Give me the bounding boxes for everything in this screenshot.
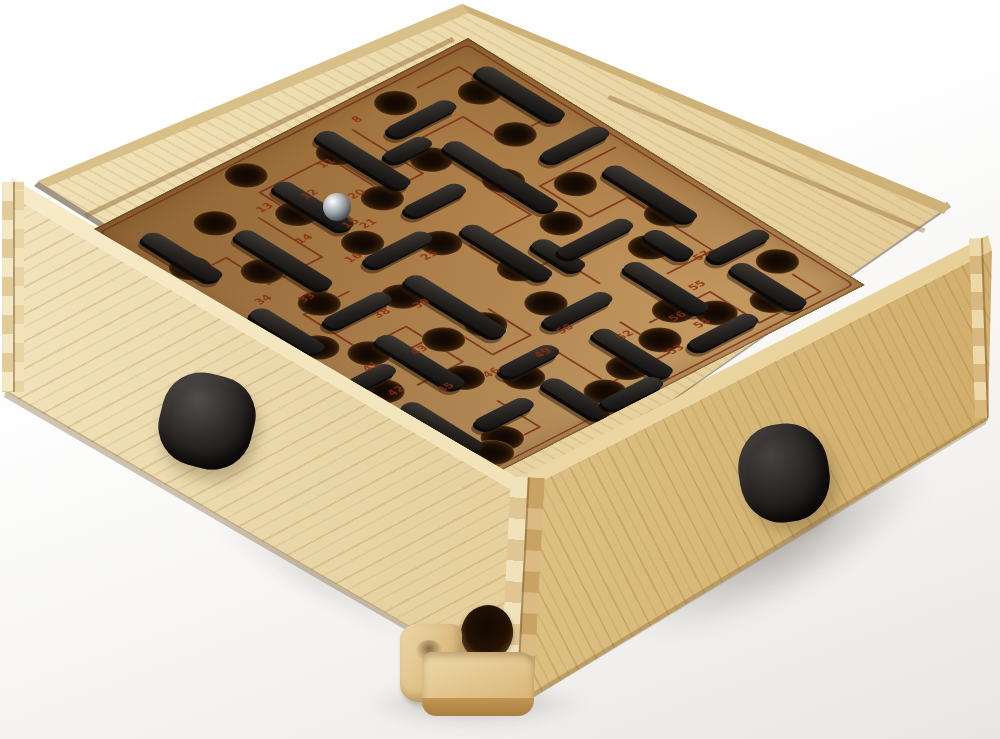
tray-front-edge <box>422 698 534 716</box>
checkpoint-number: 21 <box>356 217 381 231</box>
maze-wall <box>537 124 613 165</box>
maze-wall <box>231 228 337 292</box>
checkpoint-number: 8 <box>348 114 366 124</box>
checkpoint-number: 13 <box>252 201 277 215</box>
steel-ball <box>323 193 351 221</box>
checkpoint-number: 55 <box>685 279 710 293</box>
checkpoint-number: 34 <box>251 293 276 307</box>
finger-joint-back-left-corner <box>2 182 24 392</box>
ball-return-tray <box>398 618 540 718</box>
labyrinth-game-scene: 8111213141516202125333438394142434546495… <box>0 0 1000 739</box>
maze-hole <box>484 117 546 152</box>
checkpoint-number: 14 <box>292 232 317 246</box>
maze-wall <box>439 139 562 214</box>
maze-hole <box>544 167 606 202</box>
